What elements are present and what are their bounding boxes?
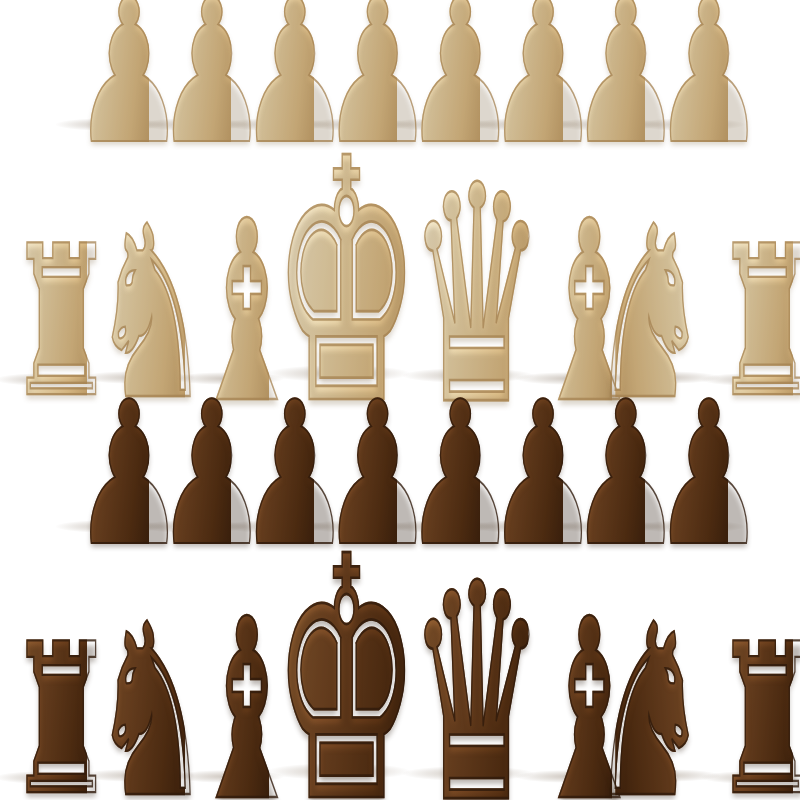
knight-glyph: ♞ [615,617,710,800]
dark-bishop-3: ♝ [188,690,269,794]
queen-glyph: ♛ [408,574,528,800]
pawn-glyph: ♟ [72,395,149,554]
dark-pawn-1: ♟ [72,442,149,544]
dark-pawn-2: ♟ [155,442,232,544]
knight-glyph: ♞ [90,617,185,800]
rook-glyph: ♜ [7,640,88,800]
pawn-glyph: ♟ [155,0,232,152]
pawn-glyph: ♟ [155,395,232,554]
dark-knight-7: ♞ [615,685,710,794]
king-glyph: ♚ [272,549,405,800]
pawn-glyph: ♟ [72,0,149,152]
light-pawn-2: ♟ [155,40,232,142]
pawn-glyph: ♟ [569,395,646,554]
dark-rook-8: ♜ [713,696,794,794]
light-pawn-7: ♟ [569,40,646,142]
dark-rook-1: ♜ [7,696,88,794]
pawn-glyph: ♟ [651,0,728,152]
dark-queen-5: ♛ [408,671,528,794]
chess-set-photo: ♟♟♟♟♟♟♟♟♜♞♝♚♛♝♞♜♟♟♟♟♟♟♟♟♜♞♝♚♛♝♞♜ [0,0,800,800]
light-pawn-8: ♟ [651,40,728,142]
pawn-glyph: ♟ [651,395,728,554]
pawn-glyph: ♟ [569,0,646,152]
dark-pawn-8: ♟ [651,442,728,544]
dark-knight-2: ♞ [90,685,185,794]
bishop-glyph: ♝ [188,611,269,800]
rook-glyph: ♜ [713,640,794,800]
dark-pawn-7: ♟ [569,442,646,544]
light-pawn-1: ♟ [72,40,149,142]
dark-king-4: ♚ [272,661,405,794]
row-dark-back: ♜♞♝♚♛♝♞♜ [0,544,800,800]
